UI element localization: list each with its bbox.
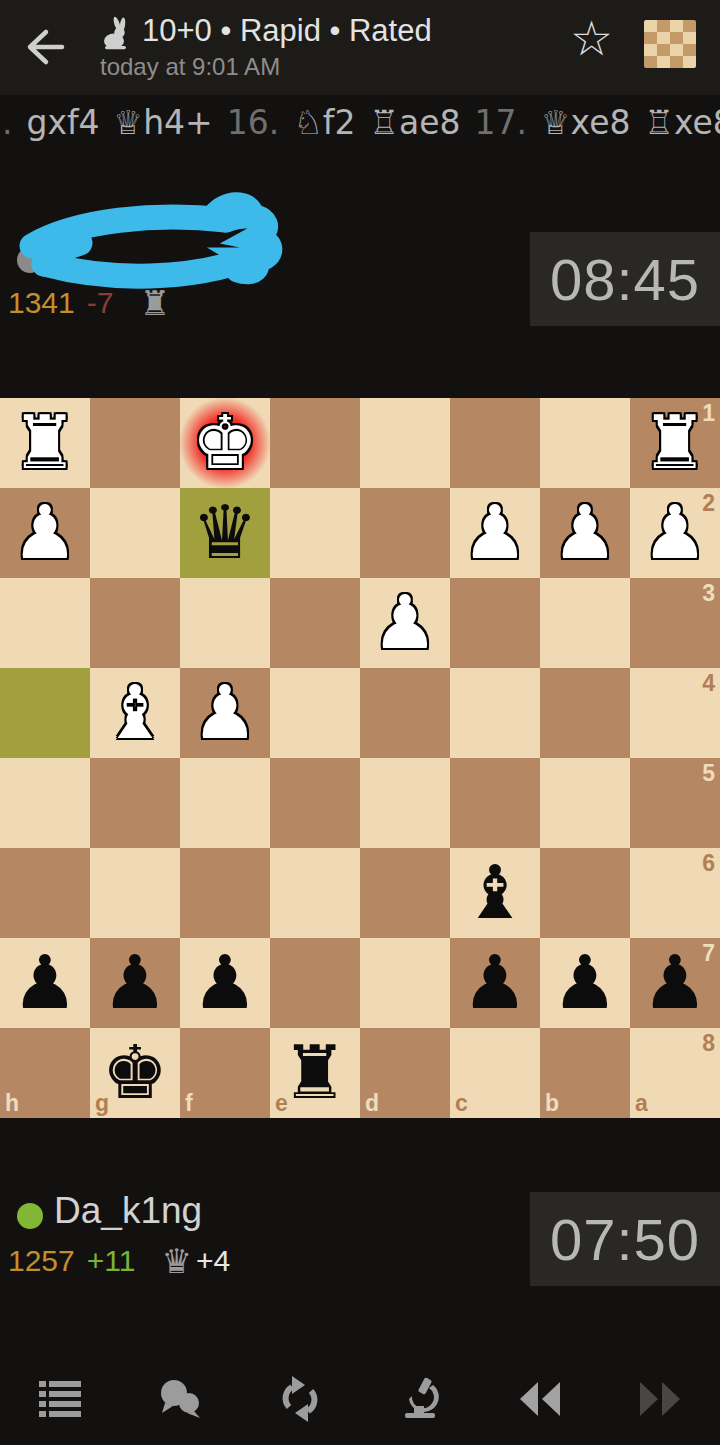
square-f3[interactable] — [180, 578, 270, 668]
bottom-toolbar — [0, 1352, 720, 1445]
file-label: g — [95, 1090, 109, 1117]
black-queen: ♛ — [180, 488, 270, 578]
square-a7[interactable]: ♟7 — [630, 938, 720, 1028]
analysis-button[interactable] — [392, 1371, 448, 1427]
white-king: ♚ — [180, 398, 270, 488]
game-screen: 10+0 • Rapid • Rated today at 9:01 AM ☆ … — [0, 0, 720, 1445]
square-c4[interactable] — [450, 668, 540, 758]
square-a8[interactable]: 8a — [630, 1028, 720, 1118]
square-d6[interactable] — [360, 848, 450, 938]
square-c8[interactable]: c — [450, 1028, 540, 1118]
rank-label: 6 — [702, 850, 715, 877]
rank-label: 8 — [702, 1030, 715, 1057]
square-d4[interactable] — [360, 668, 450, 758]
player-top-rating-delta: -7 — [87, 286, 114, 320]
square-e5[interactable] — [270, 758, 360, 848]
square-e4[interactable] — [270, 668, 360, 758]
rank-label: 5 — [702, 760, 715, 787]
square-e6[interactable] — [270, 848, 360, 938]
square-a4[interactable]: 4 — [630, 668, 720, 758]
square-f6[interactable] — [180, 848, 270, 938]
square-g3[interactable] — [90, 578, 180, 668]
move-token[interactable]: ♖xe8+ — [644, 103, 720, 142]
online-status-dot — [17, 1203, 43, 1229]
square-c5[interactable] — [450, 758, 540, 848]
menu-list-icon — [37, 1378, 83, 1420]
black-pawn: ♟ — [180, 938, 270, 1028]
square-f4[interactable]: ♟ — [180, 668, 270, 758]
chess-board: ♜♚♜1♟♛♟♟♟2♟3♝♟45♝6♟♟♟♟♟♟7h♚gf♜edcb8a — [0, 398, 720, 1118]
chat-bubbles-icon — [156, 1377, 204, 1421]
black-bishop: ♝ — [450, 848, 540, 938]
rewind-button[interactable] — [512, 1371, 568, 1427]
flip-board-button[interactable] — [272, 1371, 328, 1427]
chat-button[interactable] — [152, 1371, 208, 1427]
forward-button[interactable] — [632, 1371, 688, 1427]
material-advantage: +4 — [196, 1244, 230, 1278]
move-token[interactable]: 17. — [475, 103, 527, 142]
move-token[interactable]: ♖ae8 — [369, 103, 460, 142]
square-h7[interactable]: ♟ — [0, 938, 90, 1028]
square-e8[interactable]: ♜e — [270, 1028, 360, 1118]
move-token[interactable]: ♕h4+ — [114, 103, 213, 142]
square-d5[interactable] — [360, 758, 450, 848]
file-label: e — [275, 1090, 288, 1117]
square-g2[interactable] — [90, 488, 180, 578]
move-token[interactable]: ♕xe8 — [541, 103, 630, 142]
white-pawn: ♟ — [0, 488, 90, 578]
square-c6[interactable]: ♝ — [450, 848, 540, 938]
rank-label: 4 — [702, 670, 715, 697]
file-label: f — [185, 1090, 193, 1117]
white-pawn: ♟ — [450, 488, 540, 578]
square-c3[interactable] — [450, 578, 540, 668]
rank-label: 1 — [702, 400, 715, 427]
clock-bottom: 07:50 — [530, 1192, 720, 1286]
square-d3[interactable]: ♟ — [360, 578, 450, 668]
star-icon[interactable]: ☆ — [570, 14, 613, 62]
square-f5[interactable] — [180, 758, 270, 848]
square-g5[interactable] — [90, 758, 180, 848]
square-d1[interactable] — [360, 398, 450, 488]
square-b4[interactable] — [540, 668, 630, 758]
player-top-name-fragment: 2 — [52, 230, 73, 272]
square-a3[interactable]: 3 — [630, 578, 720, 668]
player-bottom-rating-delta: +11 — [87, 1244, 136, 1278]
square-h2[interactable]: ♟ — [0, 488, 90, 578]
square-a1[interactable]: ♜1 — [630, 398, 720, 488]
square-g7[interactable]: ♟ — [90, 938, 180, 1028]
move-token[interactable]: gxf4 — [27, 103, 100, 142]
white-rook: ♜ — [0, 398, 90, 488]
square-b7[interactable]: ♟ — [540, 938, 630, 1028]
square-e2[interactable] — [270, 488, 360, 578]
square-e3[interactable] — [270, 578, 360, 668]
player-top-rating-row: 1341 -7 ♜ — [8, 283, 170, 323]
captured-queen-icon: ♛ — [161, 1241, 191, 1281]
flip-cycle-icon — [277, 1376, 323, 1422]
square-g8[interactable]: ♚g — [90, 1028, 180, 1118]
square-c7[interactable]: ♟ — [450, 938, 540, 1028]
square-g1[interactable] — [90, 398, 180, 488]
white-bishop: ♝ — [90, 668, 180, 758]
square-g4[interactable]: ♝ — [90, 668, 180, 758]
square-d2[interactable] — [360, 488, 450, 578]
top-bar: 10+0 • Rapid • Rated today at 9:01 AM ☆ — [0, 0, 720, 95]
move-list: .gxf4♕h4+16.♘f2♖ae817.♕xe8♖xe8+18.♔f1♕xf… — [0, 96, 720, 148]
square-f2[interactable]: ♛ — [180, 488, 270, 578]
square-h8[interactable]: h — [0, 1028, 90, 1118]
square-h1[interactable]: ♜ — [0, 398, 90, 488]
square-b1[interactable] — [540, 398, 630, 488]
move-token[interactable]: ♘f2 — [293, 103, 355, 142]
black-pawn: ♟ — [450, 938, 540, 1028]
menu-list-button[interactable] — [32, 1371, 88, 1427]
rank-label: 3 — [702, 580, 715, 607]
rabbit-icon — [100, 16, 132, 50]
square-a6[interactable]: 6 — [630, 848, 720, 938]
move-token[interactable]: . — [2, 103, 13, 142]
square-b5[interactable] — [540, 758, 630, 848]
fast-forward-icon — [636, 1380, 684, 1418]
square-h5[interactable] — [0, 758, 90, 848]
file-label: b — [545, 1090, 559, 1117]
player-bottom-name: Da_k1ng — [54, 1190, 202, 1232]
black-pawn: ♟ — [540, 938, 630, 1028]
player-bottom-rating: 1257 — [8, 1244, 75, 1278]
file-label: a — [635, 1090, 648, 1117]
captured-rook-icon: ♜ — [139, 283, 169, 323]
square-h3[interactable] — [0, 578, 90, 668]
white-pawn: ♟ — [540, 488, 630, 578]
player-bottom-rating-row: 1257 +11 ♛ +4 — [8, 1241, 230, 1281]
square-d7[interactable] — [360, 938, 450, 1028]
square-h4[interactable] — [0, 668, 90, 758]
player-top-rating: 1341 — [8, 286, 75, 320]
file-label: h — [5, 1090, 19, 1117]
square-f1[interactable]: ♚ — [180, 398, 270, 488]
clock-top: 08:45 — [530, 232, 720, 326]
game-title: 10+0 • Rapid • Rated — [142, 13, 432, 49]
square-b8[interactable]: b — [540, 1028, 630, 1118]
square-e1[interactable] — [270, 398, 360, 488]
black-pawn: ♟ — [0, 938, 90, 1028]
square-f8[interactable]: f — [180, 1028, 270, 1118]
square-d8[interactable]: d — [360, 1028, 450, 1118]
white-pawn: ♟ — [360, 578, 450, 668]
square-b2[interactable]: ♟ — [540, 488, 630, 578]
square-a5[interactable]: 5 — [630, 758, 720, 848]
rank-label: 7 — [702, 940, 715, 967]
square-f7[interactable]: ♟ — [180, 938, 270, 1028]
square-a2[interactable]: ♟2 — [630, 488, 720, 578]
white-pawn: ♟ — [180, 668, 270, 758]
back-arrow-icon[interactable] — [20, 22, 70, 72]
square-b6[interactable] — [540, 848, 630, 938]
square-h6[interactable] — [0, 848, 90, 938]
microscope-icon — [397, 1376, 443, 1422]
rewind-icon — [516, 1380, 564, 1418]
board-thumbnail-icon[interactable] — [644, 20, 696, 68]
square-c2[interactable]: ♟ — [450, 488, 540, 578]
square-e7[interactable] — [270, 938, 360, 1028]
rank-label: 2 — [702, 490, 715, 517]
offline-status-dot — [17, 247, 43, 273]
square-g6[interactable] — [90, 848, 180, 938]
square-b3[interactable] — [540, 578, 630, 668]
game-date: today at 9:01 AM — [100, 53, 280, 81]
move-token[interactable]: 16. — [227, 103, 279, 142]
file-label: c — [455, 1090, 468, 1117]
square-c1[interactable] — [450, 398, 540, 488]
black-pawn: ♟ — [90, 938, 180, 1028]
file-label: d — [365, 1090, 379, 1117]
